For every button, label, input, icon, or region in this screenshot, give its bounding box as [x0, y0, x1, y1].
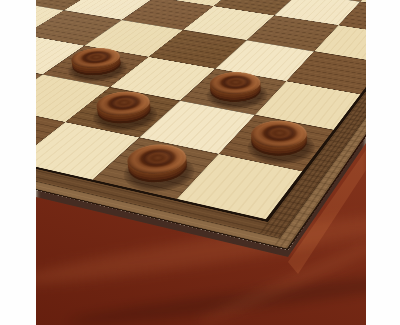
- checker-piece: [202, 78, 268, 107]
- checker-piece: [243, 126, 315, 161]
- white-background-strip-right: [366, 0, 400, 325]
- checker-piece: [118, 150, 197, 189]
- white-background-strip-left: [0, 0, 36, 325]
- checker-piece: [88, 97, 160, 129]
- product-photo-stage: [0, 0, 400, 325]
- photo-area: [36, 0, 366, 325]
